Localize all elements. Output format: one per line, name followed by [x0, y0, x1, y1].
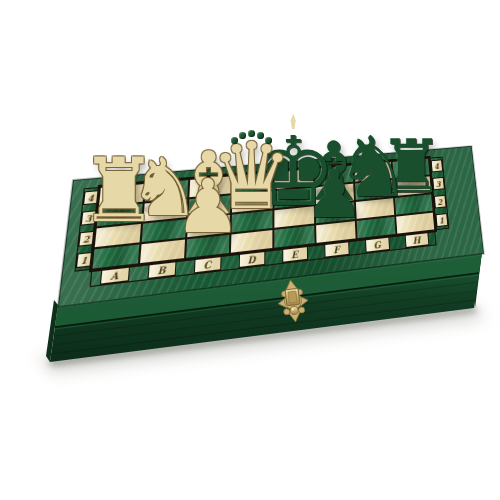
rank-label-right-4: 4 [430, 159, 442, 172]
rank-label-left-2: 2 [78, 231, 94, 247]
rank-label-right-2: 2 [434, 195, 446, 209]
rank-label-left-3: 3 [81, 210, 97, 225]
product-photo-scene: ABCDEFGH12341234 ♜♞♝♚♛♝♞♟♜♟ [0, 0, 500, 500]
file-label-h: H [404, 232, 429, 248]
rank-label-right-1: 1 [435, 213, 448, 227]
rank-label-left-4: 4 [83, 190, 99, 205]
rank-label-right-3: 3 [432, 177, 444, 190]
rank-label-left-1: 1 [76, 252, 92, 268]
